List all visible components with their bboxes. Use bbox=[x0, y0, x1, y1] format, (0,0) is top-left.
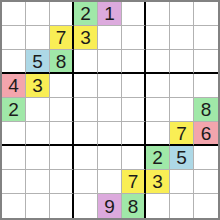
cell-r3c1[interactable]: 3 bbox=[26, 74, 50, 98]
cell-r8c6[interactable] bbox=[146, 194, 170, 218]
cell-r5c1[interactable] bbox=[26, 122, 50, 146]
cell-r7c6[interactable]: 3 bbox=[146, 170, 170, 194]
cell-r4c4[interactable] bbox=[98, 98, 122, 122]
cell-r5c2[interactable] bbox=[50, 122, 74, 146]
cell-r2c3[interactable] bbox=[74, 50, 98, 74]
cell-r8c0[interactable] bbox=[2, 194, 26, 218]
cell-r3c4[interactable] bbox=[98, 74, 122, 98]
sudoku-board: 217358432876257398 bbox=[0, 0, 220, 220]
cell-r4c2[interactable] bbox=[50, 98, 74, 122]
cell-r2c5[interactable] bbox=[122, 50, 146, 74]
cell-r1c8[interactable] bbox=[194, 26, 218, 50]
cell-r6c5[interactable] bbox=[122, 146, 146, 170]
cell-r0c8[interactable] bbox=[194, 2, 218, 26]
cell-r8c8[interactable] bbox=[194, 194, 218, 218]
cell-r8c2[interactable] bbox=[50, 194, 74, 218]
cell-r1c5[interactable] bbox=[122, 26, 146, 50]
cell-r4c0[interactable]: 2 bbox=[2, 98, 26, 122]
cell-r0c0[interactable] bbox=[2, 2, 26, 26]
cell-r8c3[interactable] bbox=[74, 194, 98, 218]
cell-r2c4[interactable] bbox=[98, 50, 122, 74]
cell-r2c8[interactable] bbox=[194, 50, 218, 74]
cell-r1c0[interactable] bbox=[2, 26, 26, 50]
cell-r4c1[interactable] bbox=[26, 98, 50, 122]
cell-r5c3[interactable] bbox=[74, 122, 98, 146]
cell-r7c4[interactable] bbox=[98, 170, 122, 194]
cell-r4c3[interactable] bbox=[74, 98, 98, 122]
cell-r6c8[interactable] bbox=[194, 146, 218, 170]
cell-r3c3[interactable] bbox=[74, 74, 98, 98]
cell-r7c2[interactable] bbox=[50, 170, 74, 194]
cell-r2c1[interactable]: 5 bbox=[26, 50, 50, 74]
cell-r5c0[interactable] bbox=[2, 122, 26, 146]
cell-r3c6[interactable] bbox=[146, 74, 170, 98]
cell-r2c0[interactable] bbox=[2, 50, 26, 74]
cell-r4c8[interactable]: 8 bbox=[194, 98, 218, 122]
cell-r0c7[interactable] bbox=[170, 2, 194, 26]
cell-r3c5[interactable] bbox=[122, 74, 146, 98]
cell-r4c7[interactable] bbox=[170, 98, 194, 122]
cell-r6c1[interactable] bbox=[26, 146, 50, 170]
cell-r2c2[interactable]: 8 bbox=[50, 50, 74, 74]
cell-r3c7[interactable] bbox=[170, 74, 194, 98]
cell-r5c6[interactable] bbox=[146, 122, 170, 146]
cell-r6c0[interactable] bbox=[2, 146, 26, 170]
cell-r0c4[interactable]: 1 bbox=[98, 2, 122, 26]
cell-r0c1[interactable] bbox=[26, 2, 50, 26]
cell-r6c7[interactable]: 5 bbox=[170, 146, 194, 170]
cell-r3c0[interactable]: 4 bbox=[2, 74, 26, 98]
cell-r2c7[interactable] bbox=[170, 50, 194, 74]
cell-r0c3[interactable]: 2 bbox=[74, 2, 98, 26]
cell-r6c6[interactable]: 2 bbox=[146, 146, 170, 170]
cell-r3c8[interactable] bbox=[194, 74, 218, 98]
cell-r1c2[interactable]: 7 bbox=[50, 26, 74, 50]
cell-r5c8[interactable]: 6 bbox=[194, 122, 218, 146]
cell-r1c3[interactable]: 3 bbox=[74, 26, 98, 50]
cell-r5c4[interactable] bbox=[98, 122, 122, 146]
cell-r7c5[interactable]: 7 bbox=[122, 170, 146, 194]
cell-r8c1[interactable] bbox=[26, 194, 50, 218]
cell-r1c6[interactable] bbox=[146, 26, 170, 50]
cell-r8c4[interactable]: 9 bbox=[98, 194, 122, 218]
cell-r5c7[interactable]: 7 bbox=[170, 122, 194, 146]
cell-r4c5[interactable] bbox=[122, 98, 146, 122]
cell-r6c3[interactable] bbox=[74, 146, 98, 170]
cell-r1c4[interactable] bbox=[98, 26, 122, 50]
cell-r6c2[interactable] bbox=[50, 146, 74, 170]
cell-r7c8[interactable] bbox=[194, 170, 218, 194]
cell-r2c6[interactable] bbox=[146, 50, 170, 74]
cell-r4c6[interactable] bbox=[146, 98, 170, 122]
cell-r7c0[interactable] bbox=[2, 170, 26, 194]
cell-r5c5[interactable] bbox=[122, 122, 146, 146]
cell-r1c7[interactable] bbox=[170, 26, 194, 50]
cell-r6c4[interactable] bbox=[98, 146, 122, 170]
cell-r7c7[interactable] bbox=[170, 170, 194, 194]
cell-r7c3[interactable] bbox=[74, 170, 98, 194]
cell-r0c2[interactable] bbox=[50, 2, 74, 26]
cell-r3c2[interactable] bbox=[50, 74, 74, 98]
cell-r0c6[interactable] bbox=[146, 2, 170, 26]
cell-r8c7[interactable] bbox=[170, 194, 194, 218]
cell-r7c1[interactable] bbox=[26, 170, 50, 194]
cell-r1c1[interactable] bbox=[26, 26, 50, 50]
cell-r0c5[interactable] bbox=[122, 2, 146, 26]
cell-r8c5[interactable]: 8 bbox=[122, 194, 146, 218]
